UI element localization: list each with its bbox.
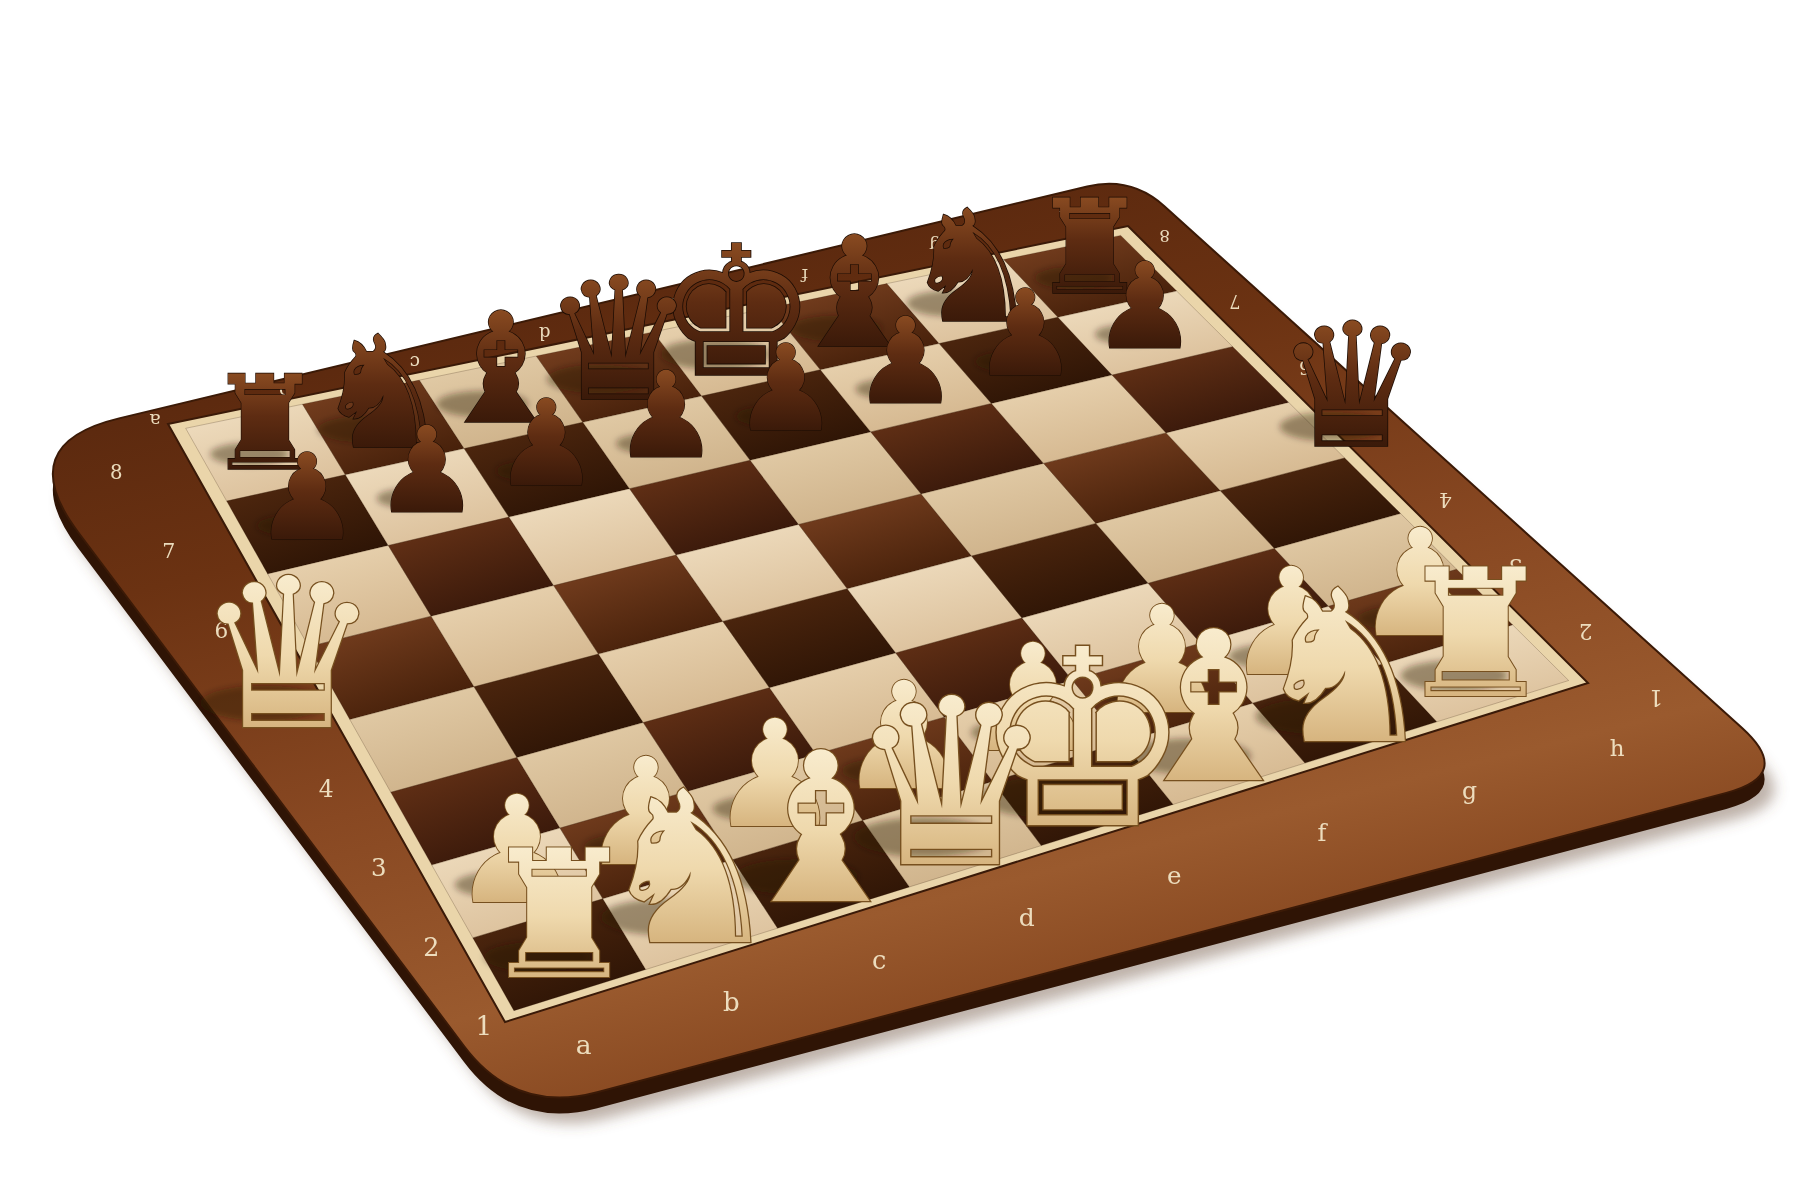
- file-label-top-a: a: [149, 410, 160, 432]
- rank-label-right-2: 2: [1579, 619, 1593, 644]
- file-label-bottom-a: a: [576, 1029, 592, 1060]
- rank-label-left-7: 7: [162, 539, 175, 563]
- rank-label-left-4: 4: [319, 775, 334, 803]
- rank-label-right-7: 7: [1229, 291, 1240, 311]
- file-label-bottom-b: b: [723, 987, 740, 1017]
- piece-black-pawn-d7: ♟: [613, 346, 720, 485]
- piece-black-pawn-f7: ♟: [852, 292, 959, 431]
- piece-black-pawn-b7: ♟: [373, 401, 480, 540]
- piece-black-pawn-g7: ♟: [972, 264, 1079, 403]
- piece-black-pawn-e7: ♟: [732, 319, 839, 458]
- rank-label-left-2: 2: [423, 932, 439, 962]
- rank-label-right-1: 1: [1649, 685, 1663, 711]
- chess-board-scene: 87643218764321abcdefghabcdefgh♜♞♝♟♚♟♛♟♝♟…: [0, 0, 1800, 1200]
- piece-black-pawn-c7: ♟: [493, 374, 600, 513]
- piece-black-pawn-h7: ♟: [1091, 237, 1198, 376]
- file-label-bottom-h: h: [1610, 735, 1625, 761]
- piece-white-rook-a1: ♜: [479, 812, 638, 1019]
- chess-set-product-photo: 87643218764321abcdefghabcdefgh♜♞♝♟♚♟♛♟♝♟…: [0, 0, 1800, 1200]
- rank-label-left-8: 8: [110, 461, 123, 484]
- spare-white-queen: ♛: [195, 534, 381, 776]
- spare-black-queen: ♛: [1275, 286, 1429, 487]
- file-label-bottom-g: g: [1462, 777, 1477, 805]
- rank-label-left-3: 3: [371, 853, 387, 882]
